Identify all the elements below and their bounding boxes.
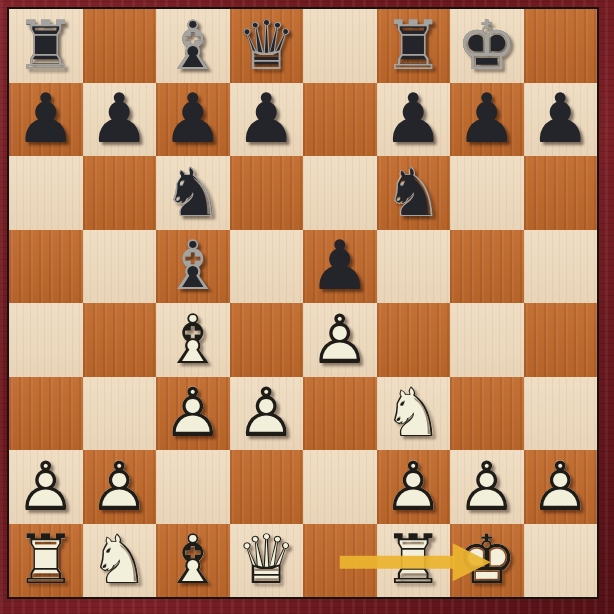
white-knight[interactable]: ♞♘ — [377, 377, 451, 451]
square-d8[interactable]: ♛♕ — [230, 9, 304, 83]
square-f2[interactable]: ♟♙ — [377, 450, 451, 524]
square-a6[interactable] — [9, 156, 83, 230]
square-g1[interactable]: ♚♔ — [450, 524, 524, 598]
square-h4[interactable] — [524, 303, 598, 377]
black-knight[interactable]: ♞♘ — [156, 156, 230, 230]
square-h7[interactable]: ♟♙ — [524, 83, 598, 157]
square-c3[interactable]: ♟♙ — [156, 377, 230, 451]
black-pawn[interactable]: ♟♙ — [524, 83, 598, 157]
black-knight-outline: ♘ — [162, 159, 223, 227]
square-c8[interactable]: ♝♗ — [156, 9, 230, 83]
square-a2[interactable]: ♟♙ — [9, 450, 83, 524]
black-bishop-outline: ♗ — [162, 232, 223, 300]
white-pawn[interactable]: ♟♙ — [83, 450, 157, 524]
white-rook[interactable]: ♜♖ — [9, 524, 83, 598]
chess-board: ♜♖♝♗♛♕♜♖♚♔♟♙♟♙♟♙♟♙♟♙♟♙♟♙♞♘♞♘♝♗♟♙♝♗♟♙♟♙♟♙… — [9, 9, 597, 597]
square-h3[interactable] — [524, 377, 598, 451]
white-pawn[interactable]: ♟♙ — [450, 450, 524, 524]
square-g6[interactable] — [450, 156, 524, 230]
square-c2[interactable] — [156, 450, 230, 524]
square-b6[interactable] — [83, 156, 157, 230]
square-b2[interactable]: ♟♙ — [83, 450, 157, 524]
black-knight[interactable]: ♞♘ — [377, 156, 451, 230]
white-pawn-outline: ♙ — [309, 306, 370, 374]
square-e6[interactable] — [303, 156, 377, 230]
square-f4[interactable] — [377, 303, 451, 377]
white-rook-outline: ♖ — [383, 526, 444, 594]
black-pawn[interactable]: ♟♙ — [156, 83, 230, 157]
square-g2[interactable]: ♟♙ — [450, 450, 524, 524]
square-f6[interactable]: ♞♘ — [377, 156, 451, 230]
white-pawn-outline: ♙ — [15, 453, 76, 521]
black-rook-outline: ♖ — [383, 12, 444, 80]
white-bishop[interactable]: ♝♗ — [156, 524, 230, 598]
square-d3[interactable]: ♟♙ — [230, 377, 304, 451]
square-d6[interactable] — [230, 156, 304, 230]
white-pawn[interactable]: ♟♙ — [524, 450, 598, 524]
square-e2[interactable] — [303, 450, 377, 524]
square-d4[interactable] — [230, 303, 304, 377]
square-e1[interactable] — [303, 524, 377, 598]
square-c6[interactable]: ♞♘ — [156, 156, 230, 230]
white-knight-outline: ♘ — [383, 379, 444, 447]
square-d2[interactable] — [230, 450, 304, 524]
white-rook-outline: ♖ — [15, 526, 76, 594]
black-bishop-outline: ♗ — [162, 12, 223, 80]
square-d5[interactable] — [230, 230, 304, 304]
square-e8[interactable] — [303, 9, 377, 83]
square-g3[interactable] — [450, 377, 524, 451]
black-pawn[interactable]: ♟♙ — [450, 83, 524, 157]
white-bishop-outline: ♗ — [162, 526, 223, 594]
square-f8[interactable]: ♜♖ — [377, 9, 451, 83]
square-a5[interactable] — [9, 230, 83, 304]
white-pawn-outline: ♙ — [236, 379, 297, 447]
square-g7[interactable]: ♟♙ — [450, 83, 524, 157]
black-rook[interactable]: ♜♖ — [9, 9, 83, 83]
square-a3[interactable] — [9, 377, 83, 451]
white-pawn-outline: ♙ — [383, 453, 444, 521]
black-king-outline: ♔ — [456, 12, 517, 80]
white-queen-outline: ♕ — [236, 526, 297, 594]
white-knight[interactable]: ♞♘ — [83, 524, 157, 598]
square-e3[interactable] — [303, 377, 377, 451]
square-f3[interactable]: ♞♘ — [377, 377, 451, 451]
square-f1[interactable]: ♜♖ — [377, 524, 451, 598]
square-d1[interactable]: ♛♕ — [230, 524, 304, 598]
square-g4[interactable] — [450, 303, 524, 377]
square-c7[interactable]: ♟♙ — [156, 83, 230, 157]
square-c1[interactable]: ♝♗ — [156, 524, 230, 598]
black-pawn[interactable]: ♟♙ — [230, 83, 304, 157]
white-king-outline: ♔ — [456, 526, 517, 594]
square-a4[interactable] — [9, 303, 83, 377]
square-h5[interactable] — [524, 230, 598, 304]
black-king[interactable]: ♚♔ — [450, 9, 524, 83]
white-knight-outline: ♘ — [89, 526, 150, 594]
board-frame: ♜♖♝♗♛♕♜♖♚♔♟♙♟♙♟♙♟♙♟♙♟♙♟♙♞♘♞♘♝♗♟♙♝♗♟♙♟♙♟♙… — [0, 0, 614, 614]
white-pawn-outline: ♙ — [456, 453, 517, 521]
black-pawn[interactable]: ♟♙ — [9, 83, 83, 157]
square-a8[interactable]: ♜♖ — [9, 9, 83, 83]
black-queen-outline: ♕ — [236, 12, 297, 80]
black-rook[interactable]: ♜♖ — [377, 9, 451, 83]
square-g8[interactable]: ♚♔ — [450, 9, 524, 83]
square-e7[interactable] — [303, 83, 377, 157]
square-h8[interactable] — [524, 9, 598, 83]
square-h2[interactable]: ♟♙ — [524, 450, 598, 524]
black-bishop[interactable]: ♝♗ — [156, 230, 230, 304]
white-rook[interactable]: ♜♖ — [377, 524, 451, 598]
square-b5[interactable] — [83, 230, 157, 304]
white-pawn[interactable]: ♟♙ — [303, 303, 377, 377]
square-b3[interactable] — [83, 377, 157, 451]
white-pawn[interactable]: ♟♙ — [230, 377, 304, 451]
white-pawn-outline: ♙ — [89, 453, 150, 521]
white-king[interactable]: ♚♔ — [450, 524, 524, 598]
white-pawn[interactable]: ♟♙ — [377, 450, 451, 524]
square-h6[interactable] — [524, 156, 598, 230]
white-pawn-outline: ♙ — [530, 453, 591, 521]
square-g5[interactable] — [450, 230, 524, 304]
black-pawn[interactable]: ♟♙ — [303, 230, 377, 304]
black-pawn[interactable]: ♟♙ — [83, 83, 157, 157]
white-bishop-outline: ♗ — [162, 306, 223, 374]
white-pawn[interactable]: ♟♙ — [9, 450, 83, 524]
square-e5[interactable]: ♟♙ — [303, 230, 377, 304]
square-b8[interactable] — [83, 9, 157, 83]
square-b4[interactable] — [83, 303, 157, 377]
square-e4[interactable]: ♟♙ — [303, 303, 377, 377]
white-pawn-outline: ♙ — [162, 379, 223, 447]
black-bishop[interactable]: ♝♗ — [156, 9, 230, 83]
black-rook-outline: ♖ — [15, 12, 76, 80]
square-a1[interactable]: ♜♖ — [9, 524, 83, 598]
square-h1[interactable] — [524, 524, 598, 598]
white-queen[interactable]: ♛♕ — [230, 524, 304, 598]
square-b7[interactable]: ♟♙ — [83, 83, 157, 157]
square-a7[interactable]: ♟♙ — [9, 83, 83, 157]
square-c5[interactable]: ♝♗ — [156, 230, 230, 304]
square-f7[interactable]: ♟♙ — [377, 83, 451, 157]
black-knight-outline: ♘ — [383, 159, 444, 227]
square-b1[interactable]: ♞♘ — [83, 524, 157, 598]
white-pawn[interactable]: ♟♙ — [156, 377, 230, 451]
square-f5[interactable] — [377, 230, 451, 304]
square-c4[interactable]: ♝♗ — [156, 303, 230, 377]
white-bishop[interactable]: ♝♗ — [156, 303, 230, 377]
black-queen[interactable]: ♛♕ — [230, 9, 304, 83]
square-d7[interactable]: ♟♙ — [230, 83, 304, 157]
black-pawn[interactable]: ♟♙ — [377, 83, 451, 157]
